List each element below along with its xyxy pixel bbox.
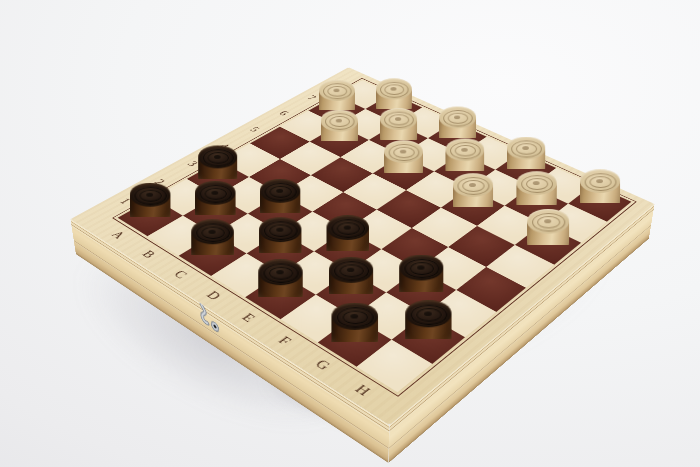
piece-side — [527, 221, 569, 256]
piece-center-dot — [461, 148, 467, 152]
piece-top — [198, 145, 237, 168]
piece-center-dot — [390, 87, 396, 91]
piece-top — [580, 169, 620, 193]
piece-top — [195, 180, 236, 204]
piece-top — [259, 217, 302, 242]
piece-center-dot — [344, 225, 351, 229]
light-checker-d6 — [384, 140, 423, 184]
piece-top — [260, 178, 301, 202]
piece-center-dot — [276, 269, 283, 273]
piece-ring-inner — [416, 307, 442, 321]
piece-center-dot — [400, 149, 406, 153]
piece-center-dot — [395, 117, 401, 121]
piece-side — [329, 269, 374, 306]
piece-ring-inner — [337, 221, 360, 234]
piece-side — [130, 194, 171, 228]
piece-ring-outer — [332, 218, 365, 237]
perspective-scene: ABCDEFGH 87654321 — [0, 0, 700, 467]
piece-ring-outer — [200, 184, 232, 202]
piece-top — [130, 182, 171, 206]
piece-ring-outer — [265, 182, 297, 200]
piece-ring-inner — [269, 185, 291, 197]
dark-checker-a1 — [130, 182, 171, 228]
piece-top — [516, 171, 557, 195]
piece-ring-inner — [139, 189, 161, 201]
piece-ring-outer — [264, 220, 298, 239]
piece-top — [376, 78, 412, 99]
piece-ring-inner — [205, 187, 227, 199]
piece-top — [405, 300, 452, 327]
light-checker-h6 — [527, 208, 569, 255]
checkers-box: ABCDEFGH 87654321 — [70, 67, 654, 425]
piece-center-dot — [214, 155, 221, 159]
light-checker-h8 — [580, 169, 620, 214]
piece-top — [319, 80, 355, 101]
piece-shadow — [315, 286, 372, 304]
piece-center-dot — [454, 115, 460, 119]
piece-ring-outer — [404, 258, 439, 278]
dark-checker-e3 — [326, 215, 369, 263]
piece-top — [384, 140, 423, 163]
piece-top — [380, 108, 417, 130]
piece-center-dot — [533, 181, 540, 185]
piece-top — [331, 302, 378, 329]
piece-center-dot — [596, 179, 603, 183]
dark-checker-h2 — [405, 300, 452, 352]
piece-top — [445, 138, 484, 161]
piece-center-dot — [522, 146, 528, 150]
piece-ring-inner — [343, 309, 369, 323]
piece-ring-outer — [334, 260, 369, 280]
piece-side — [399, 267, 443, 304]
piece-center-dot — [209, 229, 216, 233]
piece-top — [507, 136, 546, 159]
piece-center-dot — [211, 190, 218, 194]
piece-ring-outer — [264, 262, 299, 282]
piece-side — [331, 316, 378, 355]
piece-side — [191, 231, 234, 266]
piece-center-dot — [276, 188, 283, 192]
piece-top — [191, 219, 234, 244]
piece-center-dot — [146, 192, 153, 196]
piece-top — [527, 208, 569, 233]
piece-ring-inner — [269, 224, 292, 237]
piece-top — [329, 256, 374, 282]
piece-ring-outer — [196, 223, 230, 242]
light-checker-f6 — [453, 173, 494, 218]
piece-ring-outer — [411, 304, 448, 325]
light-checker-b6 — [321, 109, 359, 151]
piece-ring-outer — [135, 186, 167, 204]
dark-checker-c1 — [191, 219, 234, 267]
piece-ring-inner — [537, 215, 560, 228]
piece-center-dot — [424, 311, 432, 316]
dark-checker-g1 — [331, 302, 378, 354]
piece-ring-outer — [337, 306, 374, 327]
piece-center-dot — [417, 265, 424, 269]
dark-checker-e1 — [258, 259, 303, 309]
piece-top — [326, 215, 369, 240]
piece-center-dot — [350, 313, 358, 318]
piece-center-dot — [276, 227, 283, 231]
piece-side — [405, 313, 452, 351]
piece-center-dot — [333, 88, 339, 92]
piece-ring-inner — [269, 266, 293, 280]
dark-checker-d2 — [259, 217, 302, 265]
dark-checker-g3 — [399, 254, 443, 304]
piece-top — [321, 109, 359, 131]
piece-top — [258, 259, 303, 285]
piece-center-dot — [336, 118, 342, 122]
piece-top — [453, 173, 494, 197]
piece-center-dot — [469, 183, 476, 187]
piece-side — [258, 272, 303, 309]
board-face: ABCDEFGH 87654321 — [70, 67, 654, 425]
piece-ring-outer — [532, 212, 565, 231]
piece-center-dot — [347, 267, 354, 271]
photo-background: ABCDEFGH 87654321 — [0, 0, 700, 467]
piece-top — [439, 106, 476, 128]
piece-ring-inner — [410, 261, 434, 274]
piece-center-dot — [544, 219, 551, 223]
piece-ring-inner — [339, 263, 363, 277]
play-area — [118, 80, 632, 392]
piece-top — [399, 254, 443, 280]
piece-ring-inner — [201, 226, 224, 239]
dark-checker-f2 — [329, 256, 374, 306]
